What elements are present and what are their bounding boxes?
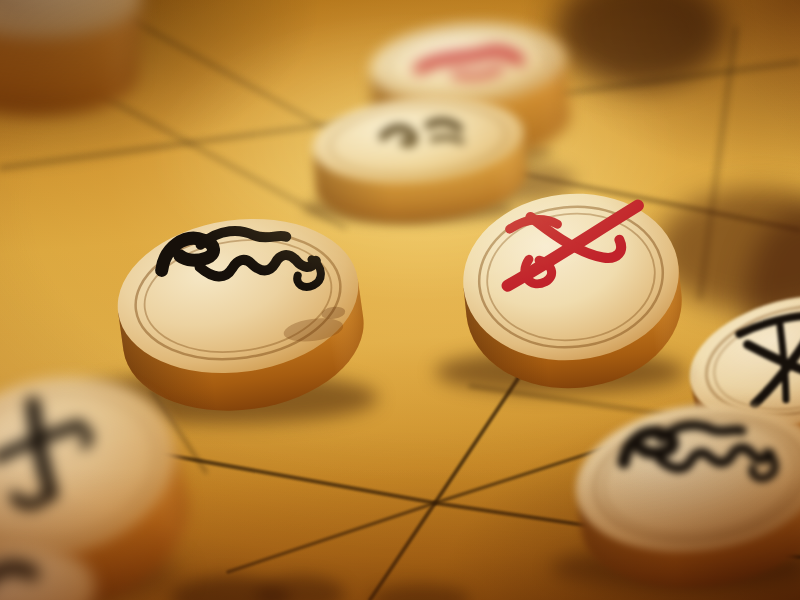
foreground-blur-blobs <box>170 576 470 600</box>
piece-side-view-top-left <box>0 0 144 122</box>
photo-frame: Xiangqi (Chinese chess) <box>0 0 800 600</box>
board-scene: Xiangqi (Chinese chess) <box>0 0 800 600</box>
